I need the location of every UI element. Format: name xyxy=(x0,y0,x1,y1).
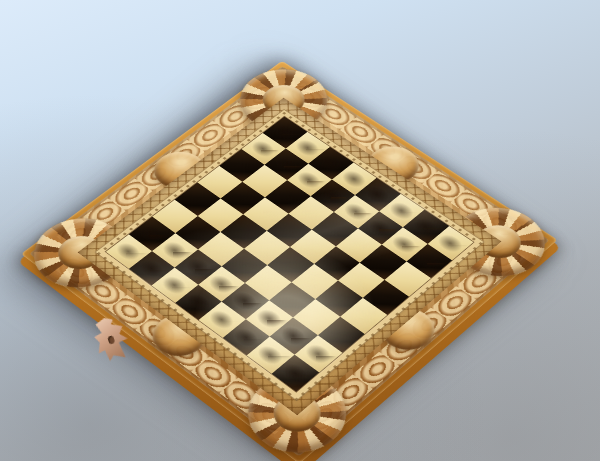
scene: ♜♞♝♛♚♝♞♜♟♟♟♟♟♟♟♟♟♟♟♟♟♟♟♟♜♞♝♛♚♝♞♜ xyxy=(0,0,600,461)
perspective-scene: ♜♞♝♛♚♝♞♜♟♟♟♟♟♟♟♟♟♟♟♟♟♟♟♟♜♞♝♛♚♝♞♜ xyxy=(0,0,600,461)
chess-board: ♜♞♝♛♚♝♞♜♟♟♟♟♟♟♟♟♟♟♟♟♟♟♟♟♜♞♝♛♚♝♞♜ xyxy=(21,60,558,461)
black-rook-glyph: ♜ xyxy=(225,321,361,380)
white-pawn-glyph: ♟ xyxy=(362,219,493,267)
